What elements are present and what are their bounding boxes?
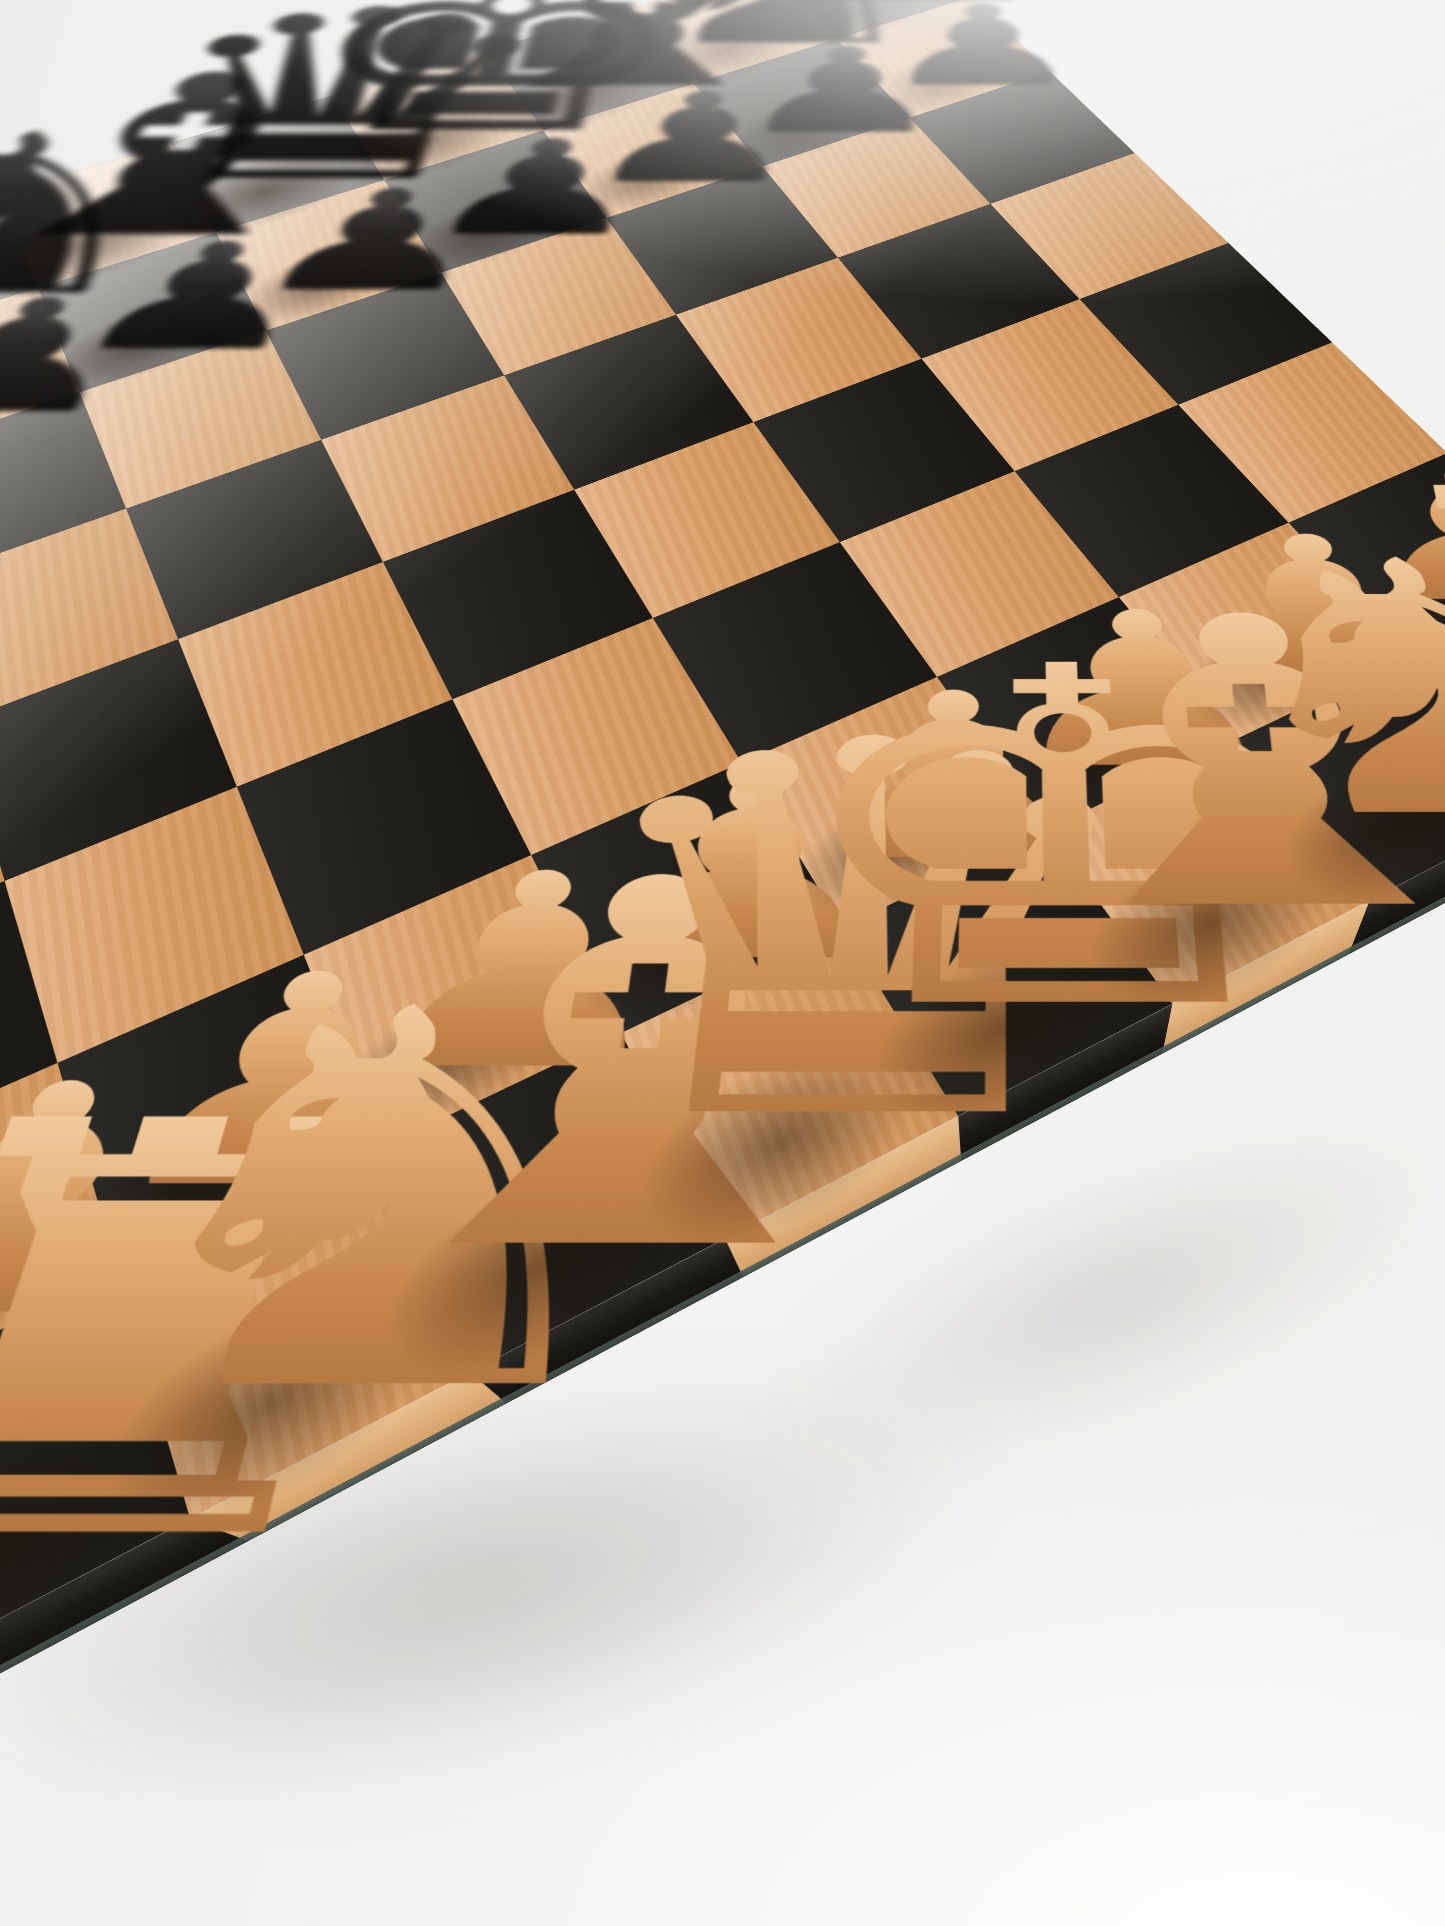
photo-scene: ♜♞♝♛♚♝♞♜♟♟♟♟♟♟♟♟♟♟♟♟♟♟♟♟♜♞♝♛♚♝♞♜ [0,0,1445,1926]
piece-glyph-pawn: ♟ [876,0,1089,100]
